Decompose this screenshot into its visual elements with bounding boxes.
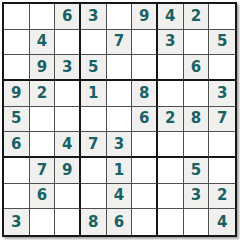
sudoku-cell-r3c1[interactable] bbox=[4, 55, 30, 81]
sudoku-cell-r7c4[interactable] bbox=[81, 158, 107, 184]
sudoku-cell-r3c6[interactable] bbox=[132, 55, 158, 81]
sudoku-cell-r7c2[interactable]: 7 bbox=[30, 158, 56, 184]
sudoku-cell-r2c9[interactable]: 5 bbox=[209, 30, 235, 56]
sudoku-cell-r6c7[interactable] bbox=[158, 132, 184, 158]
sudoku-cell-r9c1[interactable]: 3 bbox=[4, 209, 30, 235]
sudoku-cell-r4c3[interactable] bbox=[55, 81, 81, 107]
sudoku-cell-r8c9[interactable]: 2 bbox=[209, 184, 235, 210]
sudoku-cell-r2c7[interactable]: 3 bbox=[158, 30, 184, 56]
sudoku-cell-r3c3[interactable]: 3 bbox=[55, 55, 81, 81]
sudoku-cell-r6c3[interactable]: 4 bbox=[55, 132, 81, 158]
sudoku-cell-r1c3[interactable]: 6 bbox=[55, 4, 81, 30]
sudoku-cell-r6c6[interactable] bbox=[132, 132, 158, 158]
sudoku-cell-r9c5[interactable]: 6 bbox=[107, 209, 133, 235]
sudoku-cell-r2c8[interactable] bbox=[184, 30, 210, 56]
sudoku-cell-r8c5[interactable]: 4 bbox=[107, 184, 133, 210]
sudoku-cell-r1c7[interactable]: 4 bbox=[158, 4, 184, 30]
sudoku-cell-r6c1[interactable]: 6 bbox=[4, 132, 30, 158]
sudoku-cell-r4c5[interactable] bbox=[107, 81, 133, 107]
sudoku-cell-r4c6[interactable]: 8 bbox=[132, 81, 158, 107]
sudoku-cell-r8c6[interactable] bbox=[132, 184, 158, 210]
sudoku-cell-r3c7[interactable] bbox=[158, 55, 184, 81]
sudoku-cell-r7c1[interactable] bbox=[4, 158, 30, 184]
sudoku-cell-r1c2[interactable] bbox=[30, 4, 56, 30]
sudoku-cell-r7c9[interactable] bbox=[209, 158, 235, 184]
sudoku-cell-r6c5[interactable]: 3 bbox=[107, 132, 133, 158]
sudoku-cell-r2c3[interactable] bbox=[55, 30, 81, 56]
sudoku-cell-r1c5[interactable] bbox=[107, 4, 133, 30]
sudoku-cell-r5c6[interactable]: 6 bbox=[132, 107, 158, 133]
sudoku-cell-r8c8[interactable]: 3 bbox=[184, 184, 210, 210]
sudoku-cell-r9c6[interactable] bbox=[132, 209, 158, 235]
sudoku-cell-r9c7[interactable] bbox=[158, 209, 184, 235]
sudoku-cell-r6c8[interactable] bbox=[184, 132, 210, 158]
sudoku-cell-r9c3[interactable] bbox=[55, 209, 81, 235]
sudoku-cell-r3c5[interactable] bbox=[107, 55, 133, 81]
sudoku-cell-r9c2[interactable] bbox=[30, 209, 56, 235]
sudoku-cell-r6c9[interactable] bbox=[209, 132, 235, 158]
sudoku-cell-r2c2[interactable]: 4 bbox=[30, 30, 56, 56]
sudoku-cell-r4c9[interactable]: 3 bbox=[209, 81, 235, 107]
sudoku-cell-r5c1[interactable]: 5 bbox=[4, 107, 30, 133]
sudoku-cell-r3c8[interactable]: 6 bbox=[184, 55, 210, 81]
sudoku-cell-r5c9[interactable]: 7 bbox=[209, 107, 235, 133]
sudoku-cell-r9c8[interactable] bbox=[184, 209, 210, 235]
sudoku-cell-r9c4[interactable]: 8 bbox=[81, 209, 107, 235]
sudoku-cell-r8c3[interactable] bbox=[55, 184, 81, 210]
sudoku-cell-r4c1[interactable]: 9 bbox=[4, 81, 30, 107]
sudoku-cell-r6c2[interactable] bbox=[30, 132, 56, 158]
sudoku-cell-r4c8[interactable] bbox=[184, 81, 210, 107]
sudoku-cell-r8c2[interactable]: 6 bbox=[30, 184, 56, 210]
sudoku-cell-r4c4[interactable]: 1 bbox=[81, 81, 107, 107]
sudoku-cell-r3c2[interactable]: 9 bbox=[30, 55, 56, 81]
sudoku-cell-r8c4[interactable] bbox=[81, 184, 107, 210]
sudoku-cell-r4c2[interactable]: 2 bbox=[30, 81, 56, 107]
sudoku-cell-r1c8[interactable]: 2 bbox=[184, 4, 210, 30]
sudoku-cell-r1c4[interactable]: 3 bbox=[81, 4, 107, 30]
sudoku-cell-r7c8[interactable]: 5 bbox=[184, 158, 210, 184]
sudoku-cell-r5c8[interactable]: 8 bbox=[184, 107, 210, 133]
sudoku-cell-r5c2[interactable] bbox=[30, 107, 56, 133]
sudoku-cell-r2c6[interactable] bbox=[132, 30, 158, 56]
sudoku-cell-r1c6[interactable]: 9 bbox=[132, 4, 158, 30]
sudoku-cell-r7c7[interactable] bbox=[158, 158, 184, 184]
sudoku-board: 639424735935692183562876473791564323864 bbox=[2, 2, 237, 237]
sudoku-cell-r7c6[interactable] bbox=[132, 158, 158, 184]
sudoku-cell-r1c1[interactable] bbox=[4, 4, 30, 30]
sudoku-cell-r3c4[interactable]: 5 bbox=[81, 55, 107, 81]
sudoku-cell-r7c5[interactable]: 1 bbox=[107, 158, 133, 184]
sudoku-cell-r6c4[interactable]: 7 bbox=[81, 132, 107, 158]
sudoku-cell-r8c7[interactable] bbox=[158, 184, 184, 210]
sudoku-cell-r2c5[interactable]: 7 bbox=[107, 30, 133, 56]
sudoku-cell-r3c9[interactable] bbox=[209, 55, 235, 81]
sudoku-cell-r2c4[interactable] bbox=[81, 30, 107, 56]
sudoku-cell-r5c5[interactable] bbox=[107, 107, 133, 133]
sudoku-cell-r5c7[interactable]: 2 bbox=[158, 107, 184, 133]
sudoku-cell-r1c9[interactable] bbox=[209, 4, 235, 30]
sudoku-cell-r9c9[interactable]: 4 bbox=[209, 209, 235, 235]
sudoku-cell-r7c3[interactable]: 9 bbox=[55, 158, 81, 184]
sudoku-cell-r2c1[interactable] bbox=[4, 30, 30, 56]
sudoku-cell-r5c3[interactable] bbox=[55, 107, 81, 133]
sudoku-cell-r4c7[interactable] bbox=[158, 81, 184, 107]
sudoku-cell-r5c4[interactable] bbox=[81, 107, 107, 133]
sudoku-cell-r8c1[interactable] bbox=[4, 184, 30, 210]
